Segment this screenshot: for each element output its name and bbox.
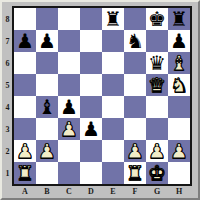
white-rook[interactable]: ♜ [124,162,146,184]
square-d7[interactable] [80,30,102,52]
rank-label-8: 8 [3,8,12,30]
square-f2[interactable]: ♟ [124,140,146,162]
square-b7[interactable]: ♟ [36,30,58,52]
square-f6[interactable] [124,52,146,74]
black-pawn[interactable]: ♟ [14,30,36,52]
square-g6[interactable]: ♛ [146,52,168,74]
white-pawn[interactable]: ♟ [146,140,168,162]
square-e3[interactable] [102,118,124,140]
rank-label-4: 4 [3,96,12,118]
square-g5[interactable]: ♛ [146,74,168,96]
white-pawn[interactable]: ♟ [124,140,146,162]
rank-label-7: 7 [3,30,12,52]
square-a3[interactable] [14,118,36,140]
black-bishop[interactable]: ♝ [36,96,58,118]
file-label-e: E [102,186,124,197]
square-f1[interactable]: ♜ [124,162,146,184]
square-d8[interactable] [80,8,102,30]
square-d3[interactable]: ♟ [80,118,102,140]
square-g2[interactable]: ♟ [146,140,168,162]
file-label-b: B [36,186,58,197]
square-h1[interactable] [168,162,190,184]
square-h2[interactable]: ♟ [168,140,190,162]
white-pawn[interactable]: ♟ [168,140,190,162]
square-f5[interactable] [124,74,146,96]
square-e8[interactable]: ♜ [102,8,124,30]
square-h5[interactable]: ♞ [168,74,190,96]
square-e6[interactable] [102,52,124,74]
square-e1[interactable] [102,162,124,184]
rank-label-6: 6 [3,52,12,74]
square-h7[interactable]: ♟ [168,30,190,52]
square-a7[interactable]: ♟ [14,30,36,52]
board-frame: ♜♚♜♟♟♞♟♛♝♛♞♝♟♟♟♟♟♟♟♟♜♜♚ 87654321 ABCDEFG… [0,0,200,200]
square-g3[interactable] [146,118,168,140]
rank-label-1: 1 [3,162,12,184]
square-a5[interactable] [14,74,36,96]
white-pawn[interactable]: ♟ [58,118,80,140]
chess-board: ♜♚♜♟♟♞♟♛♝♛♞♝♟♟♟♟♟♟♟♟♜♜♚ [12,6,192,186]
square-c5[interactable] [58,74,80,96]
black-knight[interactable]: ♞ [124,30,146,52]
square-d4[interactable] [80,96,102,118]
square-a8[interactable] [14,8,36,30]
square-a2[interactable]: ♟ [14,140,36,162]
black-pawn[interactable]: ♟ [80,118,102,140]
file-label-d: D [80,186,102,197]
square-g7[interactable] [146,30,168,52]
square-f7[interactable]: ♞ [124,30,146,52]
file-label-f: F [124,186,146,197]
file-label-a: A [14,186,36,197]
square-c6[interactable] [58,52,80,74]
file-label-h: H [168,186,190,197]
square-b4[interactable]: ♝ [36,96,58,118]
square-h3[interactable] [168,118,190,140]
square-g4[interactable] [146,96,168,118]
square-f3[interactable] [124,118,146,140]
black-rook[interactable]: ♜ [102,8,124,30]
square-h4[interactable] [168,96,190,118]
square-e2[interactable] [102,140,124,162]
square-c1[interactable] [58,162,80,184]
square-e5[interactable] [102,74,124,96]
white-knight[interactable]: ♞ [168,74,190,96]
black-queen[interactable]: ♛ [146,52,168,74]
square-a1[interactable]: ♜ [14,162,36,184]
square-c2[interactable] [58,140,80,162]
square-f8[interactable] [124,8,146,30]
white-pawn[interactable]: ♟ [14,140,36,162]
square-e4[interactable] [102,96,124,118]
square-d2[interactable] [80,140,102,162]
square-h8[interactable]: ♜ [168,8,190,30]
square-d6[interactable] [80,52,102,74]
white-queen[interactable]: ♛ [146,74,168,96]
square-d5[interactable] [80,74,102,96]
square-h6[interactable]: ♝ [168,52,190,74]
square-d1[interactable] [80,162,102,184]
file-label-g: G [146,186,168,197]
black-pawn[interactable]: ♟ [168,30,190,52]
square-a4[interactable] [14,96,36,118]
white-bishop[interactable]: ♝ [168,52,190,74]
square-c4[interactable]: ♟ [58,96,80,118]
rank-label-5: 5 [3,74,12,96]
square-c8[interactable] [58,8,80,30]
square-c7[interactable] [58,30,80,52]
white-rook[interactable]: ♜ [14,162,36,184]
square-b2[interactable]: ♟ [36,140,58,162]
rank-label-2: 2 [3,140,12,162]
square-e7[interactable] [102,30,124,52]
black-rook[interactable]: ♜ [168,8,190,30]
square-c3[interactable]: ♟ [58,118,80,140]
square-b1[interactable] [36,162,58,184]
square-g8[interactable]: ♚ [146,8,168,30]
square-b6[interactable] [36,52,58,74]
rank-label-3: 3 [3,118,12,140]
square-b3[interactable] [36,118,58,140]
black-pawn[interactable]: ♟ [36,30,58,52]
white-pawn[interactable]: ♟ [36,140,58,162]
square-g1[interactable]: ♚ [146,162,168,184]
square-b8[interactable] [36,8,58,30]
white-king[interactable]: ♚ [146,162,168,184]
square-f4[interactable] [124,96,146,118]
black-king[interactable]: ♚ [146,8,168,30]
black-pawn[interactable]: ♟ [58,96,80,118]
square-a6[interactable] [14,52,36,74]
square-b5[interactable] [36,74,58,96]
file-label-c: C [58,186,80,197]
